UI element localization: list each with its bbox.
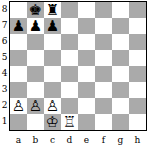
square-e8[interactable] [78,2,95,18]
square-a3[interactable] [10,82,27,98]
square-b8[interactable]: ♚ [27,2,44,18]
square-g7[interactable] [112,18,129,34]
square-a1[interactable] [10,114,27,130]
file-label-h: h [129,133,146,147]
white-king: ♔ [46,114,59,130]
square-c2[interactable]: ♙ [44,98,61,114]
square-g4[interactable] [112,66,129,82]
rank-label-5: 5 [0,50,9,66]
square-f1[interactable] [95,114,112,130]
square-f2[interactable] [95,98,112,114]
square-c6[interactable] [44,34,61,50]
square-h2[interactable] [129,98,146,114]
square-c1[interactable]: ♔ [44,114,61,130]
file-label-a: a [10,133,27,147]
square-d4[interactable] [61,66,78,82]
square-a7[interactable]: ♟ [10,18,27,34]
file-label-d: d [61,133,78,147]
square-c4[interactable] [44,66,61,82]
square-b4[interactable] [27,66,44,82]
square-g8[interactable] [112,2,129,18]
square-h5[interactable] [129,50,146,66]
file-label-b: b [27,133,44,147]
square-f7[interactable] [95,18,112,34]
white-pawn: ♙ [46,98,59,114]
square-h8[interactable] [129,2,146,18]
square-f6[interactable] [95,34,112,50]
square-e7[interactable] [78,18,95,34]
square-g3[interactable] [112,82,129,98]
square-h3[interactable] [129,82,146,98]
rank-label-4: 4 [0,66,9,82]
white-pawn: ♙ [12,98,25,114]
square-h6[interactable] [129,34,146,50]
white-rook: ♖ [63,114,76,130]
square-h1[interactable] [129,114,146,130]
square-h7[interactable] [129,18,146,34]
file-label-f: f [95,133,112,147]
square-f3[interactable] [95,82,112,98]
black-king: ♚ [29,2,42,18]
square-a8[interactable] [10,2,27,18]
square-b2[interactable]: ♙ [27,98,44,114]
rank-label-7: 7 [0,18,9,34]
square-d1[interactable]: ♖ [61,114,78,130]
rank-label-1: 1 [0,114,9,130]
square-b7[interactable]: ♟ [27,18,44,34]
rank-label-6: 6 [0,34,9,50]
square-b5[interactable] [27,50,44,66]
square-g6[interactable] [112,34,129,50]
square-c8[interactable]: ♜ [44,2,61,18]
black-pawn: ♟ [46,18,59,34]
black-rook: ♜ [46,2,59,18]
square-e6[interactable] [78,34,95,50]
square-d7[interactable] [61,18,78,34]
file-label-g: g [112,133,129,147]
square-g2[interactable] [112,98,129,114]
square-e5[interactable] [78,50,95,66]
square-e1[interactable] [78,114,95,130]
rank-label-8: 8 [0,2,9,18]
square-a6[interactable] [10,34,27,50]
square-b1[interactable] [27,114,44,130]
square-d8[interactable] [61,2,78,18]
black-pawn: ♟ [12,18,25,34]
square-h4[interactable] [129,66,146,82]
chess-diagram: ♚♜♟♟♟♙♙♙♔♖ 87654321 abcdefgh [0,0,150,150]
white-pawn: ♙ [29,98,42,114]
square-d6[interactable] [61,34,78,50]
square-d2[interactable] [61,98,78,114]
file-label-e: e [78,133,95,147]
square-c7[interactable]: ♟ [44,18,61,34]
file-label-c: c [44,133,61,147]
square-a2[interactable]: ♙ [10,98,27,114]
chess-board: ♚♜♟♟♟♙♙♙♔♖ [9,1,147,131]
square-d5[interactable] [61,50,78,66]
square-c3[interactable] [44,82,61,98]
square-b6[interactable] [27,34,44,50]
square-f5[interactable] [95,50,112,66]
square-f8[interactable] [95,2,112,18]
rank-label-3: 3 [0,82,9,98]
square-g1[interactable] [112,114,129,130]
square-c5[interactable] [44,50,61,66]
square-d3[interactable] [61,82,78,98]
square-g5[interactable] [112,50,129,66]
square-e2[interactable] [78,98,95,114]
square-e3[interactable] [78,82,95,98]
black-pawn: ♟ [29,18,42,34]
square-a5[interactable] [10,50,27,66]
rank-label-2: 2 [0,98,9,114]
square-f4[interactable] [95,66,112,82]
square-b3[interactable] [27,82,44,98]
square-a4[interactable] [10,66,27,82]
square-e4[interactable] [78,66,95,82]
